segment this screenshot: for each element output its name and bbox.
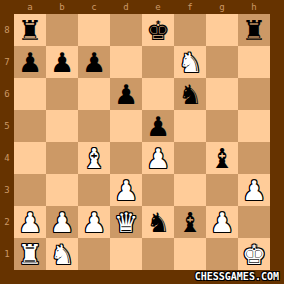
rank-labels: 87654321 [0, 14, 14, 270]
square-c1[interactable] [78, 238, 110, 270]
square-d7[interactable] [110, 46, 142, 78]
square-a8[interactable]: ♜ [14, 14, 46, 46]
square-f1[interactable] [174, 238, 206, 270]
square-a4[interactable] [14, 142, 46, 174]
square-e3[interactable] [142, 174, 174, 206]
square-b2[interactable]: ♟ [46, 206, 78, 238]
square-g5[interactable] [206, 110, 238, 142]
square-e4[interactable]: ♟ [142, 142, 174, 174]
square-b4[interactable] [46, 142, 78, 174]
square-g1[interactable] [206, 238, 238, 270]
watermark: CHESSGAMES.COM [195, 270, 279, 284]
piece-black-pawn-e5[interactable]: ♟ [146, 113, 170, 140]
square-g4[interactable]: ♝ [206, 142, 238, 174]
piece-white-pawn-d3[interactable]: ♟ [114, 177, 138, 204]
square-e2[interactable]: ♞ [142, 206, 174, 238]
piece-white-pawn-e4[interactable]: ♟ [146, 145, 170, 172]
square-e6[interactable] [142, 78, 174, 110]
piece-black-pawn-b7[interactable]: ♟ [50, 49, 74, 76]
square-d2[interactable]: ♛ [110, 206, 142, 238]
piece-black-knight-e2[interactable]: ♞ [146, 209, 170, 236]
rank-label-7: 7 [0, 46, 14, 78]
piece-white-pawn-c2[interactable]: ♟ [82, 209, 106, 236]
piece-black-pawn-c7[interactable]: ♟ [82, 49, 106, 76]
square-d6[interactable]: ♟ [110, 78, 142, 110]
piece-white-king-h1[interactable]: ♚ [242, 241, 266, 268]
square-a1[interactable]: ♜ [14, 238, 46, 270]
piece-black-bishop-f2[interactable]: ♝ [178, 209, 202, 236]
square-c6[interactable] [78, 78, 110, 110]
piece-white-queen-d2[interactable]: ♛ [114, 209, 138, 236]
piece-white-rook-a1[interactable]: ♜ [18, 241, 42, 268]
square-c3[interactable] [78, 174, 110, 206]
square-h7[interactable] [238, 46, 270, 78]
piece-black-bishop-g4[interactable]: ♝ [210, 145, 234, 172]
piece-black-king-e8[interactable]: ♚ [146, 17, 170, 44]
file-label-h: h [238, 0, 270, 14]
piece-white-pawn-a2[interactable]: ♟ [18, 209, 42, 236]
square-b6[interactable] [46, 78, 78, 110]
square-h2[interactable] [238, 206, 270, 238]
square-b3[interactable] [46, 174, 78, 206]
square-f2[interactable]: ♝ [174, 206, 206, 238]
square-a5[interactable] [14, 110, 46, 142]
rank-label-1: 1 [0, 238, 14, 270]
chess-board: ♜♚♜♟♟♟♞♟♞♟♝♟♝♟♟♟♟♟♛♞♝♟♜♞♚ [14, 14, 270, 270]
square-f7[interactable]: ♞ [174, 46, 206, 78]
file-label-a: a [14, 0, 46, 14]
piece-white-knight-b1[interactable]: ♞ [50, 241, 74, 268]
square-h5[interactable] [238, 110, 270, 142]
square-f3[interactable] [174, 174, 206, 206]
square-d8[interactable] [110, 14, 142, 46]
square-e8[interactable]: ♚ [142, 14, 174, 46]
square-f8[interactable] [174, 14, 206, 46]
file-labels: abcdefgh [14, 0, 270, 14]
piece-white-pawn-g2[interactable]: ♟ [210, 209, 234, 236]
square-a2[interactable]: ♟ [14, 206, 46, 238]
square-b7[interactable]: ♟ [46, 46, 78, 78]
piece-white-knight-f7[interactable]: ♞ [178, 49, 202, 76]
piece-white-pawn-b2[interactable]: ♟ [50, 209, 74, 236]
square-c8[interactable] [78, 14, 110, 46]
square-e7[interactable] [142, 46, 174, 78]
square-d1[interactable] [110, 238, 142, 270]
chess-diagram: abcdefgh 87654321 ♜♚♜♟♟♟♞♟♞♟♝♟♝♟♟♟♟♟♛♞♝♟… [0, 0, 284, 284]
square-g8[interactable] [206, 14, 238, 46]
square-a7[interactable]: ♟ [14, 46, 46, 78]
square-h3[interactable]: ♟ [238, 174, 270, 206]
rank-label-6: 6 [0, 78, 14, 110]
rank-label-4: 4 [0, 142, 14, 174]
file-label-f: f [174, 0, 206, 14]
square-g3[interactable] [206, 174, 238, 206]
rank-label-3: 3 [0, 174, 14, 206]
square-c5[interactable] [78, 110, 110, 142]
square-g6[interactable] [206, 78, 238, 110]
piece-black-knight-f6[interactable]: ♞ [178, 81, 202, 108]
square-d5[interactable] [110, 110, 142, 142]
piece-black-pawn-a7[interactable]: ♟ [18, 49, 42, 76]
file-label-g: g [206, 0, 238, 14]
square-g2[interactable]: ♟ [206, 206, 238, 238]
square-a6[interactable] [14, 78, 46, 110]
file-label-e: e [142, 0, 174, 14]
square-g7[interactable] [206, 46, 238, 78]
square-e1[interactable] [142, 238, 174, 270]
square-f4[interactable] [174, 142, 206, 174]
square-e5[interactable]: ♟ [142, 110, 174, 142]
square-a3[interactable] [14, 174, 46, 206]
square-b5[interactable] [46, 110, 78, 142]
square-b8[interactable] [46, 14, 78, 46]
square-c2[interactable]: ♟ [78, 206, 110, 238]
piece-black-rook-h8[interactable]: ♜ [242, 17, 266, 44]
square-c7[interactable]: ♟ [78, 46, 110, 78]
piece-black-pawn-d6[interactable]: ♟ [114, 81, 138, 108]
square-h8[interactable]: ♜ [238, 14, 270, 46]
file-label-c: c [78, 0, 110, 14]
square-c4[interactable]: ♝ [78, 142, 110, 174]
rank-label-5: 5 [0, 110, 14, 142]
file-label-d: d [110, 0, 142, 14]
piece-white-pawn-h3[interactable]: ♟ [242, 177, 266, 204]
square-d3[interactable]: ♟ [110, 174, 142, 206]
square-f6[interactable]: ♞ [174, 78, 206, 110]
rank-label-8: 8 [0, 14, 14, 46]
file-label-b: b [46, 0, 78, 14]
piece-white-bishop-c4[interactable]: ♝ [82, 145, 106, 172]
square-f5[interactable] [174, 110, 206, 142]
square-h1[interactable]: ♚ [238, 238, 270, 270]
square-d4[interactable] [110, 142, 142, 174]
square-h4[interactable] [238, 142, 270, 174]
rank-label-2: 2 [0, 206, 14, 238]
piece-black-rook-a8[interactable]: ♜ [18, 17, 42, 44]
square-b1[interactable]: ♞ [46, 238, 78, 270]
square-h6[interactable] [238, 78, 270, 110]
